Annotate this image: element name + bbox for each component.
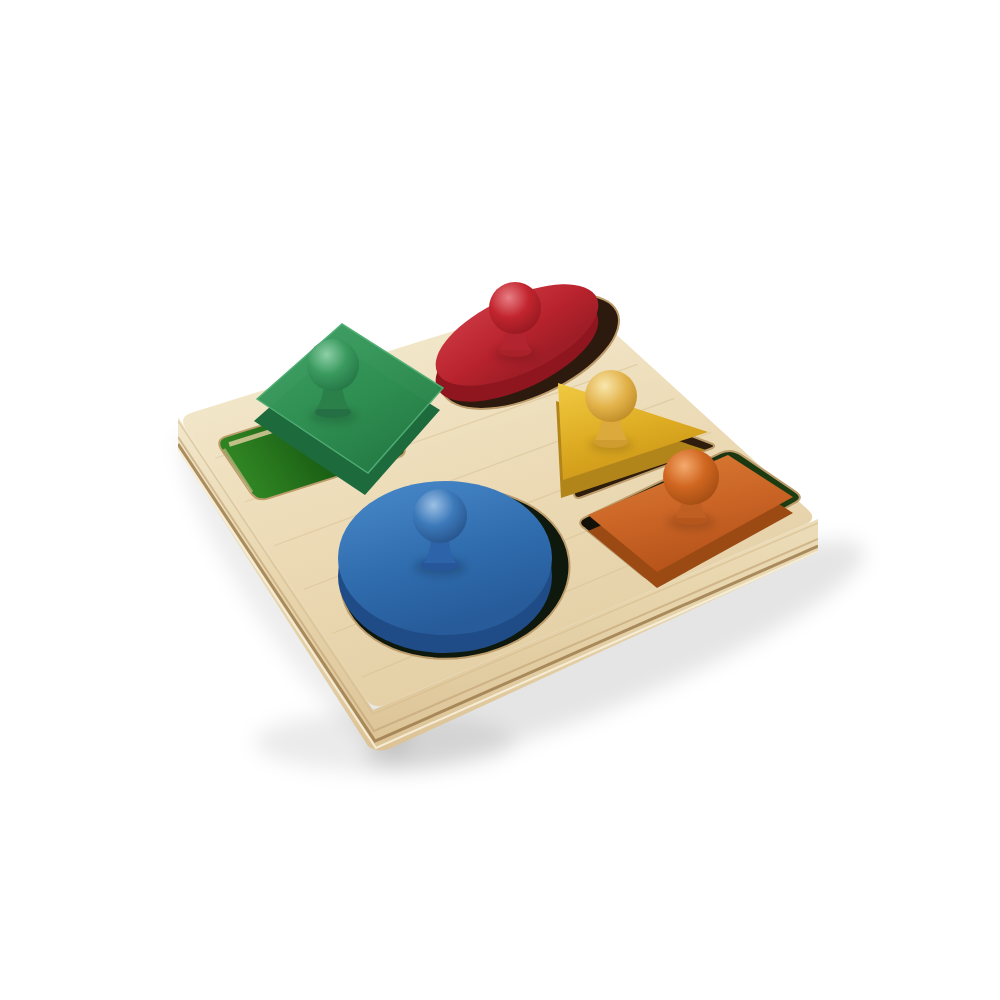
blue-circle-piece[interactable] bbox=[338, 481, 552, 653]
puzzle-scene-canvas bbox=[0, 0, 1000, 1000]
puzzle-product-photo bbox=[0, 0, 1000, 1000]
blue-knob bbox=[413, 489, 467, 576]
orange-knob bbox=[663, 449, 719, 530]
green-knob bbox=[307, 339, 359, 424]
